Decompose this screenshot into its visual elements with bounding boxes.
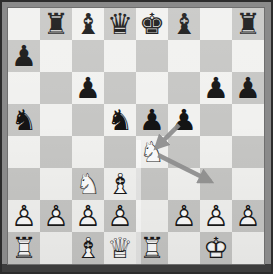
piece-white-pawn[interactable]: ♟♙ xyxy=(40,200,72,232)
square-b1[interactable] xyxy=(40,232,72,264)
white-piece-outline: ♙ xyxy=(8,200,40,232)
piece-white-king[interactable]: ♚♔ xyxy=(200,232,232,264)
square-h7[interactable] xyxy=(232,40,264,72)
white-piece-outline: ♙ xyxy=(72,200,104,232)
square-a3[interactable] xyxy=(8,168,40,200)
square-b8[interactable]: ♜ xyxy=(40,8,72,40)
square-h2[interactable]: ♟♙ xyxy=(232,200,264,232)
square-d4[interactable] xyxy=(104,136,136,168)
piece-black-rook[interactable]: ♜ xyxy=(232,8,264,40)
square-d5[interactable]: ♞ xyxy=(104,104,136,136)
square-c7[interactable] xyxy=(72,40,104,72)
piece-black-pawn[interactable]: ♟ xyxy=(168,104,200,136)
white-piece-outline: ♗ xyxy=(104,168,136,200)
square-b7[interactable] xyxy=(40,40,72,72)
white-piece-outline: ♖ xyxy=(8,232,40,264)
piece-white-pawn[interactable]: ♟♙ xyxy=(8,200,40,232)
piece-white-rook[interactable]: ♜♖ xyxy=(8,232,40,264)
square-a7[interactable]: ♟ xyxy=(8,40,40,72)
square-h5[interactable] xyxy=(232,104,264,136)
square-c3[interactable]: ♞♘ xyxy=(72,168,104,200)
piece-white-pawn[interactable]: ♟♙ xyxy=(200,200,232,232)
piece-black-rook[interactable]: ♜ xyxy=(40,8,72,40)
square-c6[interactable]: ♟ xyxy=(72,72,104,104)
square-h1[interactable] xyxy=(232,232,264,264)
white-piece-outline: ♕ xyxy=(104,232,136,264)
white-piece-outline: ♙ xyxy=(104,200,136,232)
piece-black-bishop[interactable]: ♝ xyxy=(168,8,200,40)
square-e4[interactable]: ♞♘ xyxy=(136,136,168,168)
board-frame-bottom xyxy=(2,264,271,272)
square-e5[interactable]: ♟ xyxy=(136,104,168,136)
piece-black-pawn[interactable]: ♟ xyxy=(72,72,104,104)
square-f1[interactable] xyxy=(168,232,200,264)
square-a5[interactable]: ♞ xyxy=(8,104,40,136)
piece-black-pawn[interactable]: ♟ xyxy=(200,72,232,104)
piece-white-bishop[interactable]: ♝♗ xyxy=(104,168,136,200)
square-d6[interactable] xyxy=(104,72,136,104)
piece-white-pawn[interactable]: ♟♙ xyxy=(168,200,200,232)
square-b5[interactable] xyxy=(40,104,72,136)
square-f8[interactable]: ♝ xyxy=(168,8,200,40)
piece-black-pawn[interactable]: ♟ xyxy=(8,40,40,72)
white-piece-outline: ♙ xyxy=(232,200,264,232)
square-h4[interactable] xyxy=(232,136,264,168)
white-piece-outline: ♘ xyxy=(72,168,104,200)
square-g8[interactable] xyxy=(200,8,232,40)
square-c1[interactable]: ♝♗ xyxy=(72,232,104,264)
square-f2[interactable]: ♟♙ xyxy=(168,200,200,232)
square-a8[interactable] xyxy=(8,8,40,40)
piece-white-rook[interactable]: ♜♖ xyxy=(136,232,168,264)
square-e7[interactable] xyxy=(136,40,168,72)
square-h8[interactable]: ♜ xyxy=(232,8,264,40)
square-d7[interactable] xyxy=(104,40,136,72)
piece-black-knight[interactable]: ♞ xyxy=(104,104,136,136)
piece-white-queen[interactable]: ♛♕ xyxy=(104,232,136,264)
white-piece-outline: ♙ xyxy=(40,200,72,232)
square-b3[interactable] xyxy=(40,168,72,200)
square-f5[interactable]: ♟ xyxy=(168,104,200,136)
white-piece-outline: ♔ xyxy=(200,232,232,264)
piece-black-pawn[interactable]: ♟ xyxy=(136,104,168,136)
square-h3[interactable] xyxy=(232,168,264,200)
square-g3[interactable] xyxy=(200,168,232,200)
square-f7[interactable] xyxy=(168,40,200,72)
square-d3[interactable]: ♝♗ xyxy=(104,168,136,200)
square-f3[interactable] xyxy=(168,168,200,200)
piece-white-pawn[interactable]: ♟♙ xyxy=(72,200,104,232)
square-c2[interactable]: ♟♙ xyxy=(72,200,104,232)
white-piece-outline: ♙ xyxy=(168,200,200,232)
square-e6[interactable] xyxy=(136,72,168,104)
white-piece-outline: ♗ xyxy=(72,232,104,264)
piece-white-knight[interactable]: ♞♘ xyxy=(136,136,168,168)
square-a1[interactable]: ♜♖ xyxy=(8,232,40,264)
square-b4[interactable] xyxy=(40,136,72,168)
square-f4[interactable] xyxy=(168,136,200,168)
piece-black-queen[interactable]: ♛ xyxy=(104,8,136,40)
white-piece-outline: ♘ xyxy=(136,136,168,168)
square-f6[interactable] xyxy=(168,72,200,104)
square-g5[interactable] xyxy=(200,104,232,136)
square-g6[interactable]: ♟ xyxy=(200,72,232,104)
square-b2[interactable]: ♟♙ xyxy=(40,200,72,232)
square-g2[interactable]: ♟♙ xyxy=(200,200,232,232)
piece-white-knight[interactable]: ♞♘ xyxy=(72,168,104,200)
piece-white-bishop[interactable]: ♝♗ xyxy=(72,232,104,264)
square-g4[interactable] xyxy=(200,136,232,168)
piece-black-pawn[interactable]: ♟ xyxy=(232,72,264,104)
white-piece-outline: ♙ xyxy=(200,200,232,232)
square-b6[interactable] xyxy=(40,72,72,104)
piece-white-pawn[interactable]: ♟♙ xyxy=(104,200,136,232)
square-h6[interactable]: ♟ xyxy=(232,72,264,104)
square-g7[interactable] xyxy=(200,40,232,72)
square-c4[interactable] xyxy=(72,136,104,168)
square-a2[interactable]: ♟♙ xyxy=(8,200,40,232)
square-e1[interactable]: ♜♖ xyxy=(136,232,168,264)
piece-white-pawn[interactable]: ♟♙ xyxy=(232,200,264,232)
piece-black-bishop[interactable]: ♝ xyxy=(72,8,104,40)
white-piece-outline: ♖ xyxy=(136,232,168,264)
square-e8[interactable]: ♚ xyxy=(136,8,168,40)
square-d2[interactable]: ♟♙ xyxy=(104,200,136,232)
square-a6[interactable] xyxy=(8,72,40,104)
square-c8[interactable]: ♝ xyxy=(72,8,104,40)
piece-black-knight[interactable]: ♞ xyxy=(8,104,40,136)
square-d1[interactable]: ♛♕ xyxy=(104,232,136,264)
square-d8[interactable]: ♛ xyxy=(104,8,136,40)
piece-black-king[interactable]: ♚ xyxy=(136,8,168,40)
square-c5[interactable] xyxy=(72,104,104,136)
square-a4[interactable] xyxy=(8,136,40,168)
square-g1[interactable]: ♚♔ xyxy=(200,232,232,264)
chess-board-window: ♜♝♛♚♝♜♟♟♟♟♞♞♟♟♞♘♞♘♝♗♟♙♟♙♟♙♟♙♟♙♟♙♟♙♜♖♝♗♛♕… xyxy=(0,0,273,274)
